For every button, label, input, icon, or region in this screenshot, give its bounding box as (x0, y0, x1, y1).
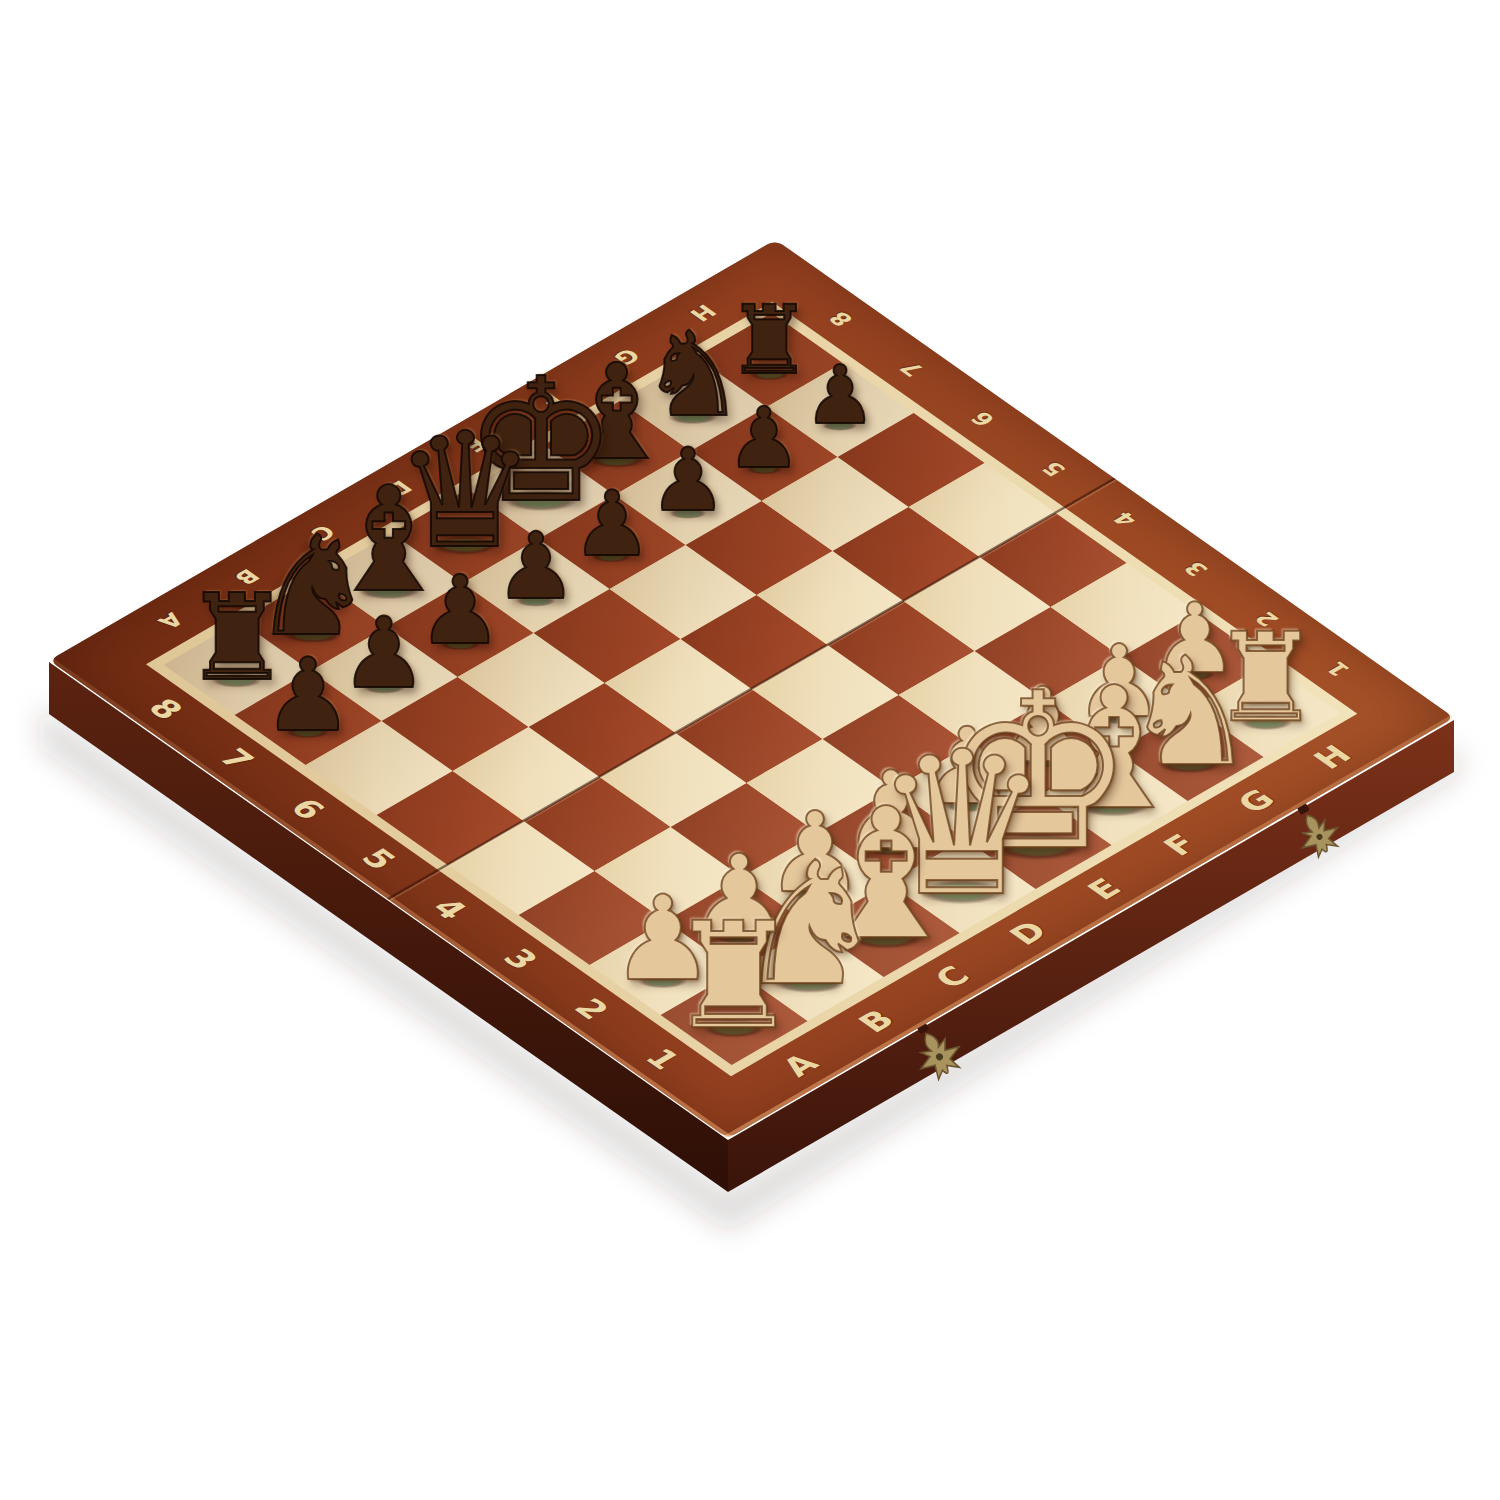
rank-label-back-5: 5 (1035, 457, 1071, 480)
rank-label-front-4: 4 (424, 893, 476, 925)
rank-label-front-6: 6 (282, 793, 334, 825)
file-label-back-a: A (152, 609, 189, 633)
photo-stage: 1122334455667788AABBCCDDEEFFGGHH ♜♞♝♛♚♝♞… (0, 0, 1500, 1500)
rank-label-back-1: 1 (1319, 657, 1355, 680)
file-label-front-h: H (1305, 739, 1360, 775)
file-label-front-d: D (1002, 915, 1057, 950)
rank-label-back-8: 8 (822, 307, 858, 330)
rank-label-back-7: 7 (893, 357, 929, 380)
file-label-front-b: B (851, 1004, 904, 1038)
file-label-back-b: B (228, 565, 265, 589)
rank-label-back-3: 3 (1177, 557, 1213, 580)
file-label-front-c: C (927, 960, 979, 994)
file-label-back-d: D (379, 477, 417, 502)
rank-label-front-1: 1 (637, 1043, 689, 1075)
file-label-back-e: E (457, 433, 493, 456)
rank-label-front-3: 3 (495, 943, 547, 975)
file-label-front-a: A (774, 1048, 827, 1083)
file-label-front-g: G (1230, 783, 1284, 818)
rank-label-back-6: 6 (964, 407, 1000, 430)
file-label-back-c: C (304, 521, 341, 545)
rank-label-front-8: 8 (140, 693, 192, 725)
file-label-front-f: F (1156, 828, 1207, 861)
rank-label-back-4: 4 (1106, 507, 1142, 530)
rank-label-front-5: 5 (353, 843, 405, 875)
rank-label-back-2: 2 (1248, 607, 1284, 630)
rank-label-front-7: 7 (211, 743, 263, 775)
rank-label-front-2: 2 (566, 993, 618, 1025)
file-label-back-f: F (533, 389, 569, 412)
file-label-back-g: G (607, 345, 645, 370)
file-label-back-h: H (683, 300, 722, 325)
file-label-front-e: E (1080, 872, 1131, 905)
